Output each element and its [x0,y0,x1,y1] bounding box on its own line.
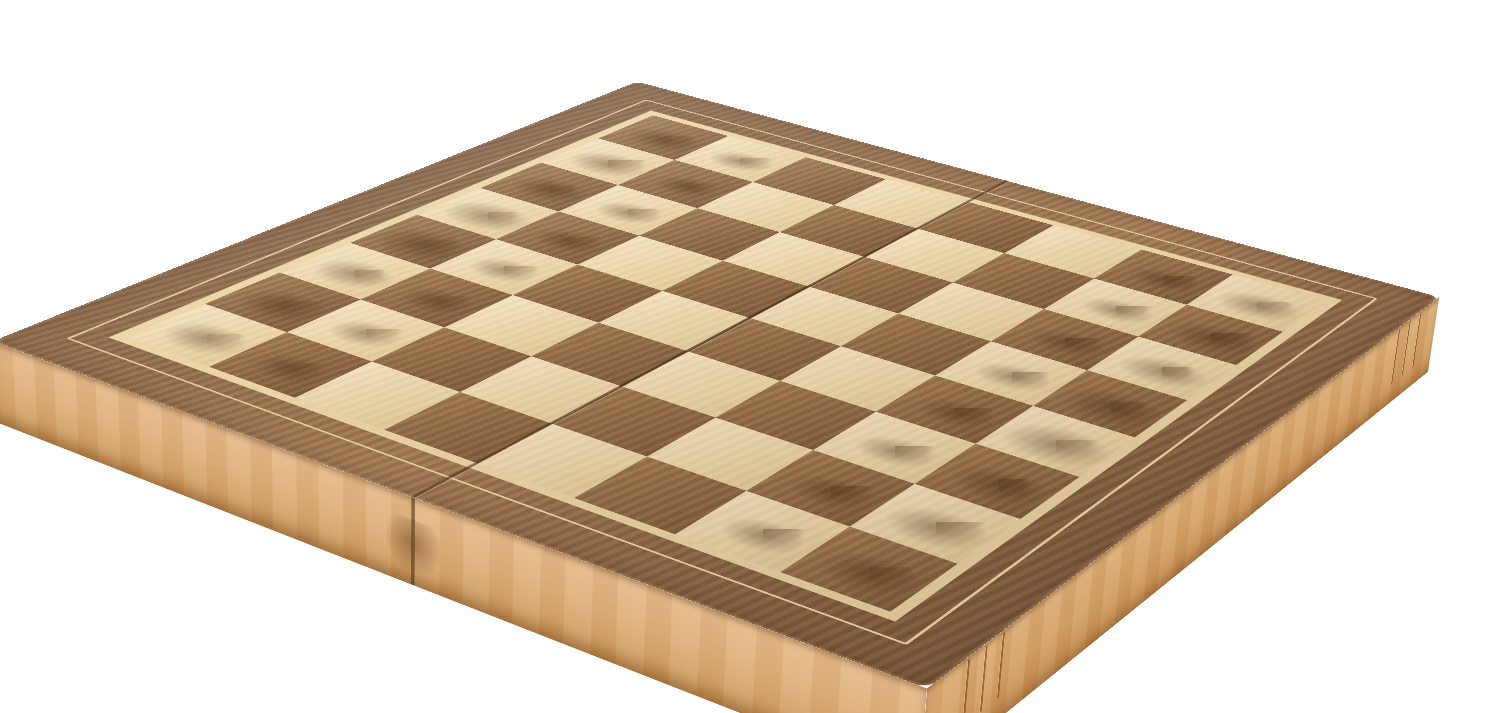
product-photo-scene: ♜♟♞♟♝♟♛♟♟♚♜♟♟♝♞♟♟♞♝♟♟♜♛♟♟♚♟♝♟♞♟♜ [0,0,1500,713]
kerf-groove [962,659,970,713]
finger-notch [387,510,440,581]
kerf-groove [980,646,988,712]
white-pawn-glyph: ♟ [242,192,340,392]
black-pawn-glyph: ♟ [709,340,817,561]
chess-board: ♜♟♞♟♝♟♛♟♟♚♜♟♟♝♞♟♟♞♝♟♟♜♛♟♟♚♟♝♟♞♟♜ [0,82,1439,689]
kerf-groove [1412,313,1421,367]
kerf-groove [1402,321,1411,375]
kerf-groove [997,633,1005,699]
black-rook-glyph: ♜ [811,334,929,605]
kerf-groove [1391,330,1400,385]
